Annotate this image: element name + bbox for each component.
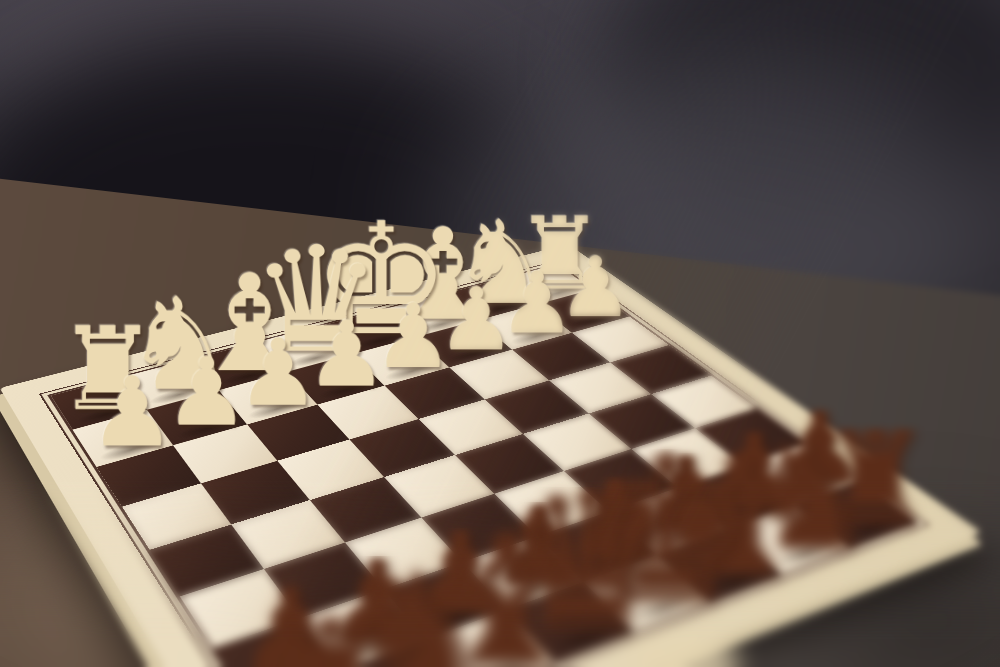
playing-field: ♜♞♝♛♚♝♞♜♟♟♟♟♟♟♟♟♟♟♟♟♟♟♟♟♜♞♝♛♚♝♞♜ <box>47 263 919 667</box>
piece-black-rook-a8: ♜ <box>261 616 400 667</box>
piece-white-pawn-b2: ♟ <box>165 355 250 431</box>
chess-scene: ♜♞♝♛♚♝♞♜♟♟♟♟♟♟♟♟♟♟♟♟♟♟♟♟♜♞♝♛♚♝♞♜ <box>0 0 1000 667</box>
piece-white-pawn-a2: ♟ <box>89 374 176 451</box>
square-b4 <box>201 461 309 525</box>
piece-white-pawn-c2: ♟ <box>237 336 320 410</box>
chessboard: ♜♞♝♛♚♝♞♜♟♟♟♟♟♟♟♟♟♟♟♟♟♟♟♟♜♞♝♛♚♝♞♜ <box>0 244 982 667</box>
square-c4 <box>277 439 384 500</box>
photo-scene: ♜♞♝♛♚♝♞♜♟♟♟♟♟♟♟♟♟♟♟♟♟♟♟♟♜♞♝♛♚♝♞♜ Photogr… <box>0 0 1000 667</box>
